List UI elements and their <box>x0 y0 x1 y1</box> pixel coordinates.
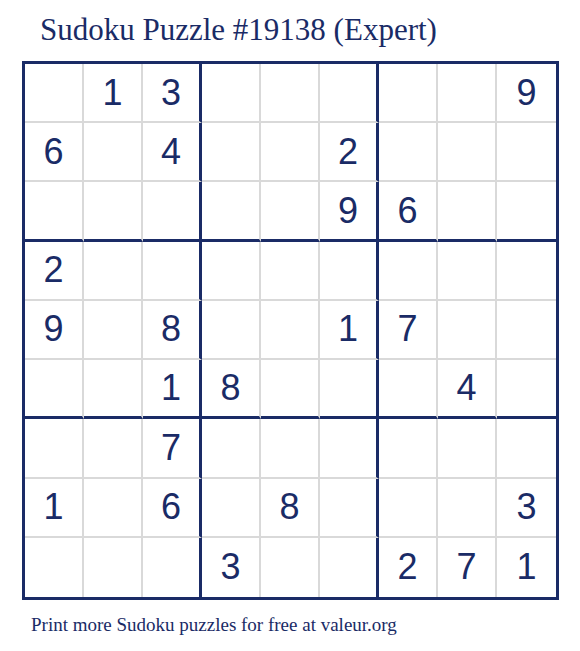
cell-r4c4 <box>202 242 261 301</box>
cell-r4c5 <box>261 242 320 301</box>
cell-r4c2 <box>84 242 143 301</box>
cell-r2c9 <box>497 123 556 182</box>
cell-r2c2 <box>84 123 143 182</box>
cell-r9c5 <box>261 538 320 597</box>
cell-r9c7: 2 <box>379 538 438 597</box>
cell-r3c1 <box>25 182 84 241</box>
cell-r5c8 <box>438 301 497 360</box>
cell-r2c5 <box>261 123 320 182</box>
cell-r8c8 <box>438 479 497 538</box>
cell-r6c8: 4 <box>438 360 497 419</box>
cell-r7c3: 7 <box>143 419 202 478</box>
cell-r8c3: 6 <box>143 479 202 538</box>
cell-r1c3: 3 <box>143 64 202 123</box>
cell-r9c3 <box>143 538 202 597</box>
cell-r3c7: 6 <box>379 182 438 241</box>
cell-r8c5: 8 <box>261 479 320 538</box>
cell-r2c4 <box>202 123 261 182</box>
cell-r2c7 <box>379 123 438 182</box>
cell-r9c8: 7 <box>438 538 497 597</box>
cell-r4c7 <box>379 242 438 301</box>
cell-r5c9 <box>497 301 556 360</box>
cell-r9c6 <box>320 538 379 597</box>
cell-r9c2 <box>84 538 143 597</box>
cell-r6c9 <box>497 360 556 419</box>
cell-r6c5 <box>261 360 320 419</box>
cell-r4c1: 2 <box>25 242 84 301</box>
cell-r5c7: 7 <box>379 301 438 360</box>
cell-r5c4 <box>202 301 261 360</box>
cell-r1c6 <box>320 64 379 123</box>
cell-r9c4: 3 <box>202 538 261 597</box>
cell-r4c9 <box>497 242 556 301</box>
cell-r6c1 <box>25 360 84 419</box>
cell-r9c1 <box>25 538 84 597</box>
cell-r5c2 <box>84 301 143 360</box>
cell-r3c2 <box>84 182 143 241</box>
cell-r5c6: 1 <box>320 301 379 360</box>
cell-r1c5 <box>261 64 320 123</box>
cell-r3c9 <box>497 182 556 241</box>
cell-r2c1: 6 <box>25 123 84 182</box>
cell-r7c1 <box>25 419 84 478</box>
cell-r6c7 <box>379 360 438 419</box>
cell-r7c5 <box>261 419 320 478</box>
cell-r4c8 <box>438 242 497 301</box>
cell-r3c8 <box>438 182 497 241</box>
cell-r3c6: 9 <box>320 182 379 241</box>
cell-r7c6 <box>320 419 379 478</box>
cell-r4c6 <box>320 242 379 301</box>
footer-text: Print more Sudoku puzzles for free at va… <box>31 614 397 636</box>
cell-r8c1: 1 <box>25 479 84 538</box>
cell-r1c2: 1 <box>84 64 143 123</box>
cell-r2c8 <box>438 123 497 182</box>
cell-r7c9 <box>497 419 556 478</box>
cell-r9c9: 1 <box>497 538 556 597</box>
sudoku-page: Sudoku Puzzle #19138 (Expert) 1396429629… <box>0 0 580 651</box>
cell-r7c4 <box>202 419 261 478</box>
cell-r3c3 <box>143 182 202 241</box>
sudoku-grid: 1396429629817184716833271 <box>22 61 559 600</box>
cell-r6c6 <box>320 360 379 419</box>
cell-r8c6 <box>320 479 379 538</box>
cell-r2c3: 4 <box>143 123 202 182</box>
cell-r7c2 <box>84 419 143 478</box>
cell-r1c4 <box>202 64 261 123</box>
cell-r4c3 <box>143 242 202 301</box>
cell-r6c2 <box>84 360 143 419</box>
cell-r5c5 <box>261 301 320 360</box>
cell-r5c1: 9 <box>25 301 84 360</box>
cell-r8c2 <box>84 479 143 538</box>
cell-r2c6: 2 <box>320 123 379 182</box>
cell-r3c4 <box>202 182 261 241</box>
cell-r8c9: 3 <box>497 479 556 538</box>
cell-r1c1 <box>25 64 84 123</box>
cell-r6c4: 8 <box>202 360 261 419</box>
cell-r8c4 <box>202 479 261 538</box>
cell-r5c3: 8 <box>143 301 202 360</box>
cell-r6c3: 1 <box>143 360 202 419</box>
cell-r3c5 <box>261 182 320 241</box>
cell-r7c8 <box>438 419 497 478</box>
cell-r7c7 <box>379 419 438 478</box>
cell-r8c7 <box>379 479 438 538</box>
cell-r1c9: 9 <box>497 64 556 123</box>
cell-r1c7 <box>379 64 438 123</box>
cell-r1c8 <box>438 64 497 123</box>
page-title: Sudoku Puzzle #19138 (Expert) <box>40 12 437 48</box>
